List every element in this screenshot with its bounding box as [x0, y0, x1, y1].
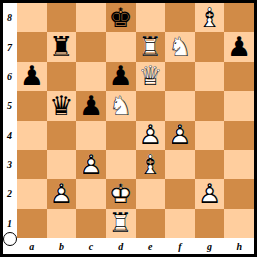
white-rook-outline-icon: ♖ [109, 209, 133, 236]
white-queen-outline-icon: ♕ [138, 62, 162, 89]
rank-labels: 87654321 [2, 3, 17, 238]
square-d8[interactable]: ♚ [106, 3, 136, 32]
square-g6[interactable] [195, 62, 225, 91]
square-a3[interactable] [17, 150, 47, 179]
square-a1[interactable] [17, 209, 47, 238]
square-e5[interactable] [136, 91, 166, 120]
square-d4[interactable] [106, 121, 136, 150]
file-label-a: a [17, 239, 47, 253]
square-f2[interactable] [165, 179, 195, 208]
rank-label-3: 3 [2, 150, 17, 179]
square-a2[interactable] [17, 179, 47, 208]
white-pawn-icon: ♟ [168, 121, 192, 148]
white-king-icon: ♚ [109, 180, 133, 207]
rank-label-2: 2 [2, 179, 17, 208]
square-e6[interactable]: ♛♕ [136, 62, 166, 91]
white-pawn-outline-icon: ♙ [197, 180, 221, 207]
square-b6[interactable] [47, 62, 77, 91]
white-pawn-outline-icon: ♙ [79, 151, 103, 178]
square-g7[interactable] [195, 32, 225, 61]
file-label-d: d [106, 239, 136, 253]
square-f7[interactable]: ♞♘ [165, 32, 195, 61]
square-e2[interactable] [136, 179, 166, 208]
white-pawn-icon: ♟ [49, 180, 73, 207]
square-h2[interactable] [224, 179, 254, 208]
square-c5[interactable]: ♟ [76, 91, 106, 120]
white-to-move-indicator [3, 232, 17, 246]
square-g4[interactable] [195, 121, 225, 150]
white-pawn-icon: ♟ [197, 180, 221, 207]
file-label-g: g [195, 239, 225, 253]
white-king-outline-icon: ♔ [109, 180, 133, 207]
white-pawn-outline-icon: ♙ [168, 121, 192, 148]
square-h3[interactable] [224, 150, 254, 179]
square-d3[interactable] [106, 150, 136, 179]
chess-diagram: 87654321 ♚♝♗♜♜♖♞♘♟♟♟♛♕♛♟♞♘♟♙♟♙♟♙♝♗♟♙♚♔♟♙… [0, 0, 257, 257]
square-d2[interactable]: ♚♔ [106, 179, 136, 208]
square-b7[interactable]: ♜ [47, 32, 77, 61]
square-b2[interactable]: ♟♙ [47, 179, 77, 208]
black-pawn-icon: ♟ [79, 92, 103, 119]
square-d6[interactable]: ♟ [106, 62, 136, 91]
file-label-e: e [136, 239, 166, 253]
chess-board: ♚♝♗♜♜♖♞♘♟♟♟♛♕♛♟♞♘♟♙♟♙♟♙♝♗♟♙♚♔♟♙♜♖ [17, 3, 254, 238]
square-a4[interactable] [17, 121, 47, 150]
square-b5[interactable]: ♛ [47, 91, 77, 120]
square-a7[interactable] [17, 32, 47, 61]
square-c2[interactable] [76, 179, 106, 208]
square-d1[interactable]: ♜♖ [106, 209, 136, 238]
square-h5[interactable] [224, 91, 254, 120]
square-g5[interactable] [195, 91, 225, 120]
white-bishop-icon: ♝ [138, 151, 162, 178]
white-bishop-outline-icon: ♗ [197, 4, 221, 31]
black-pawn-icon: ♟ [109, 62, 133, 89]
square-h8[interactable] [224, 3, 254, 32]
square-b4[interactable] [47, 121, 77, 150]
square-d7[interactable] [106, 32, 136, 61]
square-g3[interactable] [195, 150, 225, 179]
white-bishop-icon: ♝ [197, 4, 221, 31]
rank-label-7: 7 [2, 32, 17, 61]
square-e3[interactable]: ♝♗ [136, 150, 166, 179]
square-f3[interactable] [165, 150, 195, 179]
square-f6[interactable] [165, 62, 195, 91]
file-label-c: c [76, 239, 106, 253]
square-f8[interactable] [165, 3, 195, 32]
square-f5[interactable] [165, 91, 195, 120]
square-h7[interactable]: ♟ [224, 32, 254, 61]
square-a6[interactable]: ♟ [17, 62, 47, 91]
rank-label-5: 5 [2, 91, 17, 120]
rank-label-4: 4 [2, 121, 17, 150]
square-f1[interactable] [165, 209, 195, 238]
square-c1[interactable] [76, 209, 106, 238]
square-c3[interactable]: ♟♙ [76, 150, 106, 179]
square-e4[interactable]: ♟♙ [136, 121, 166, 150]
file-label-b: b [47, 239, 77, 253]
black-pawn-icon: ♟ [20, 62, 44, 89]
white-pawn-outline-icon: ♙ [49, 180, 73, 207]
square-h4[interactable] [224, 121, 254, 150]
white-pawn-outline-icon: ♙ [138, 121, 162, 148]
square-a5[interactable] [17, 91, 47, 120]
square-g1[interactable] [195, 209, 225, 238]
white-queen-icon: ♛ [138, 62, 162, 89]
square-d5[interactable]: ♞♘ [106, 91, 136, 120]
file-labels: abcdefgh [17, 239, 254, 253]
white-rook-icon: ♜ [138, 33, 162, 60]
square-c4[interactable] [76, 121, 106, 150]
square-e1[interactable] [136, 209, 166, 238]
square-a8[interactable] [17, 3, 47, 32]
square-b8[interactable] [47, 3, 77, 32]
rank-label-8: 8 [2, 3, 17, 32]
square-b1[interactable] [47, 209, 77, 238]
white-pawn-icon: ♟ [79, 151, 103, 178]
square-h6[interactable] [224, 62, 254, 91]
white-pawn-icon: ♟ [138, 121, 162, 148]
black-king-icon: ♚ [109, 4, 133, 31]
square-h1[interactable] [224, 209, 254, 238]
square-g2[interactable]: ♟♙ [195, 179, 225, 208]
file-label-h: h [224, 239, 254, 253]
white-rook-outline-icon: ♖ [138, 33, 162, 60]
black-pawn-icon: ♟ [227, 33, 251, 60]
square-e8[interactable] [136, 3, 166, 32]
rank-label-6: 6 [2, 62, 17, 91]
white-rook-icon: ♜ [109, 209, 133, 236]
white-knight-outline-icon: ♘ [109, 92, 133, 119]
white-knight-icon: ♞ [109, 92, 133, 119]
black-rook-icon: ♜ [49, 33, 73, 60]
file-label-f: f [165, 239, 195, 253]
white-bishop-outline-icon: ♗ [138, 151, 162, 178]
square-c6[interactable] [76, 62, 106, 91]
square-c7[interactable] [76, 32, 106, 61]
square-e7[interactable]: ♜♖ [136, 32, 166, 61]
square-c8[interactable] [76, 3, 106, 32]
white-knight-outline-icon: ♘ [168, 33, 192, 60]
square-b3[interactable] [47, 150, 77, 179]
square-g8[interactable]: ♝♗ [195, 3, 225, 32]
white-knight-icon: ♞ [168, 33, 192, 60]
black-queen-icon: ♛ [49, 92, 73, 119]
square-f4[interactable]: ♟♙ [165, 121, 195, 150]
